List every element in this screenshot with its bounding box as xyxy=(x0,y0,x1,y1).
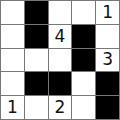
white-cell-r3c1[interactable] xyxy=(1,49,24,72)
clue-cell-r1c5[interactable]: 1 xyxy=(96,1,119,24)
white-cell-r3c2[interactable] xyxy=(25,49,48,72)
white-cell-r3c3[interactable] xyxy=(49,49,72,72)
black-cell-r4c2[interactable] xyxy=(25,72,48,95)
white-cell-r4c4[interactable] xyxy=(72,72,95,95)
white-cell-r5c4[interactable] xyxy=(72,96,95,119)
black-cell-r3c4[interactable] xyxy=(72,49,95,72)
black-cell-r5c5[interactable] xyxy=(96,96,119,119)
black-cell-r1c2[interactable] xyxy=(25,1,48,24)
white-cell-r1c4[interactable] xyxy=(72,1,95,24)
clue-cell-r2c3[interactable]: 4 xyxy=(49,25,72,48)
clue-cell-r3c5[interactable]: 3 xyxy=(96,49,119,72)
white-cell-r1c3[interactable] xyxy=(49,1,72,24)
black-cell-r4c3[interactable] xyxy=(49,72,72,95)
white-cell-r2c1[interactable] xyxy=(1,25,24,48)
white-cell-r4c1[interactable] xyxy=(1,72,24,95)
black-cell-r2c2[interactable] xyxy=(25,25,48,48)
white-cell-r2c5[interactable] xyxy=(96,25,119,48)
white-cell-r1c1[interactable] xyxy=(1,1,24,24)
mosaic-board: 14312 xyxy=(0,0,120,120)
white-cell-r5c2[interactable] xyxy=(25,96,48,119)
black-cell-r2c4[interactable] xyxy=(72,25,95,48)
black-cell-r4c5[interactable] xyxy=(96,72,119,95)
clue-cell-r5c3[interactable]: 2 xyxy=(49,96,72,119)
clue-cell-r5c1[interactable]: 1 xyxy=(1,96,24,119)
